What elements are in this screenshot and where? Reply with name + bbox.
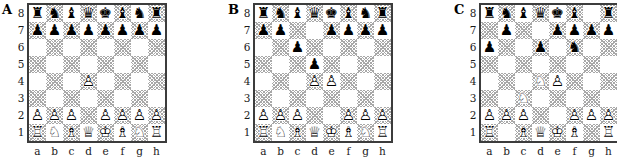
square-c1: ♝♗ bbox=[63, 124, 80, 141]
file-label-h: h bbox=[600, 144, 617, 159]
square-a6 bbox=[255, 39, 272, 56]
square-f7: ♟ bbox=[566, 22, 583, 39]
square-f1: ♝♗ bbox=[566, 124, 583, 141]
black-pawn-icon: ♟ bbox=[357, 22, 374, 39]
file-label-a: a bbox=[29, 144, 46, 159]
square-h4 bbox=[148, 73, 165, 90]
square-b5 bbox=[46, 56, 63, 73]
square-c1: ♝♗ bbox=[515, 124, 532, 141]
file-labels-c: abcdefgh bbox=[479, 144, 617, 159]
white-rook-icon: ♜♖ bbox=[29, 124, 46, 141]
white-pawn-icon: ♟♙ bbox=[148, 107, 165, 124]
rank-label-2: 2 bbox=[467, 107, 479, 124]
square-h3 bbox=[600, 90, 617, 107]
white-pawn-icon: ♟♙ bbox=[131, 107, 148, 124]
square-a1: ♜♖ bbox=[481, 124, 498, 141]
square-c3 bbox=[63, 90, 80, 107]
square-a6: ♟ bbox=[481, 39, 498, 56]
black-pawn-icon: ♟ bbox=[306, 56, 323, 73]
file-label-a: a bbox=[255, 144, 272, 159]
square-d3 bbox=[532, 90, 549, 107]
white-queen-icon: ♛♕ bbox=[532, 124, 549, 141]
square-c6: ♟ bbox=[289, 39, 306, 56]
square-f6 bbox=[340, 39, 357, 56]
square-a1: ♜♖ bbox=[29, 124, 46, 141]
white-pawn-icon: ♟♙ bbox=[272, 107, 289, 124]
white-pawn-icon: ♟♙ bbox=[374, 107, 391, 124]
square-g7: ♟ bbox=[357, 22, 374, 39]
black-pawn-icon: ♟ bbox=[374, 22, 391, 39]
square-e2 bbox=[323, 107, 340, 124]
rank-label-2: 2 bbox=[15, 107, 27, 124]
square-c4 bbox=[63, 73, 80, 90]
white-rook-icon: ♜♖ bbox=[148, 124, 165, 141]
black-queen-icon: ♛ bbox=[306, 5, 323, 22]
square-a6 bbox=[29, 39, 46, 56]
white-pawn-icon: ♟♙ bbox=[114, 107, 131, 124]
square-g7: ♟ bbox=[583, 22, 600, 39]
black-queen-icon: ♛ bbox=[532, 5, 549, 22]
square-g8: ♞ bbox=[357, 5, 374, 22]
square-h5 bbox=[148, 56, 165, 73]
white-king-icon: ♚♔ bbox=[549, 124, 566, 141]
black-pawn-icon: ♟ bbox=[97, 22, 114, 39]
rank-label-3: 3 bbox=[241, 90, 253, 107]
square-b8: ♞ bbox=[498, 5, 515, 22]
square-e7: ♟ bbox=[323, 22, 340, 39]
black-pawn-icon: ♟ bbox=[340, 22, 357, 39]
black-rook-icon: ♜ bbox=[374, 5, 391, 22]
square-e2 bbox=[549, 107, 566, 124]
white-bishop-icon: ♝♗ bbox=[340, 124, 357, 141]
diagram-c: C 87654321 ♜♞♝♛♚♝♜♟♟♟♟♟♟♟♞♞♘♟♙♞♘♟♙♟♙♟♙♟♙… bbox=[454, 3, 617, 159]
square-a5 bbox=[481, 56, 498, 73]
file-label-b: b bbox=[272, 144, 289, 159]
rank-label-7: 7 bbox=[15, 22, 27, 39]
square-e1: ♚♔ bbox=[549, 124, 566, 141]
black-pawn-icon: ♟ bbox=[549, 22, 566, 39]
white-king-icon: ♚♔ bbox=[97, 124, 114, 141]
square-g3 bbox=[583, 90, 600, 107]
black-king-icon: ♚ bbox=[549, 5, 566, 22]
square-a8: ♜ bbox=[29, 5, 46, 22]
square-h5 bbox=[600, 56, 617, 73]
diagram-b: B 87654321 ♜♞♝♛♚♝♞♜♟♟♟♟♟♟♟♟♟♙♟♙♟♙♟♙♟♙♟♙♟… bbox=[228, 3, 393, 159]
square-h8: ♜ bbox=[148, 5, 165, 22]
file-labels-b: abcdefgh bbox=[253, 144, 393, 159]
black-bishop-icon: ♝ bbox=[289, 5, 306, 22]
square-a2: ♟♙ bbox=[255, 107, 272, 124]
square-e3 bbox=[549, 90, 566, 107]
square-f2: ♟♙ bbox=[114, 107, 131, 124]
file-label-e: e bbox=[323, 144, 340, 159]
square-f4 bbox=[114, 73, 131, 90]
square-e6 bbox=[549, 39, 566, 56]
square-b3 bbox=[498, 90, 515, 107]
black-pawn-icon: ♟ bbox=[532, 39, 549, 56]
black-pawn-icon: ♟ bbox=[114, 22, 131, 39]
white-pawn-icon: ♟♙ bbox=[97, 107, 114, 124]
square-a7: ♟ bbox=[29, 22, 46, 39]
rank-label-4: 4 bbox=[467, 73, 479, 90]
black-bishop-icon: ♝ bbox=[566, 5, 583, 22]
file-label-d: d bbox=[80, 144, 97, 159]
rank-labels-a: 87654321 bbox=[15, 3, 27, 143]
square-c8: ♝ bbox=[63, 5, 80, 22]
file-label-c: c bbox=[289, 144, 306, 159]
file-label-g: g bbox=[357, 144, 374, 159]
black-queen-icon: ♛ bbox=[80, 5, 97, 22]
black-pawn-icon: ♟ bbox=[255, 22, 272, 39]
square-c1: ♝♗ bbox=[289, 124, 306, 141]
square-d2 bbox=[532, 107, 549, 124]
square-d8: ♛ bbox=[306, 5, 323, 22]
square-d5 bbox=[80, 56, 97, 73]
square-f2: ♟♙ bbox=[340, 107, 357, 124]
square-d4: ♟♙ bbox=[80, 73, 97, 90]
square-b4 bbox=[46, 73, 63, 90]
square-d7 bbox=[306, 22, 323, 39]
black-pawn-icon: ♟ bbox=[289, 39, 306, 56]
rank-label-5: 5 bbox=[241, 56, 253, 73]
square-h6 bbox=[374, 39, 391, 56]
square-c8: ♝ bbox=[515, 5, 532, 22]
white-pawn-icon: ♟♙ bbox=[515, 107, 532, 124]
black-knight-icon: ♞ bbox=[46, 5, 63, 22]
square-d5: ♟ bbox=[306, 56, 323, 73]
square-g2: ♟♙ bbox=[131, 107, 148, 124]
square-g4 bbox=[583, 73, 600, 90]
white-queen-icon: ♛♕ bbox=[306, 124, 323, 141]
square-h8: ♜ bbox=[600, 5, 617, 22]
black-knight-icon: ♞ bbox=[566, 39, 583, 56]
white-pawn-icon: ♟♙ bbox=[498, 107, 515, 124]
file-label-g: g bbox=[583, 144, 600, 159]
square-d7 bbox=[532, 22, 549, 39]
square-b7: ♟ bbox=[498, 22, 515, 39]
square-g1: ♞♘ bbox=[357, 124, 374, 141]
square-b6 bbox=[272, 39, 289, 56]
white-pawn-icon: ♟♙ bbox=[289, 107, 306, 124]
square-c7: ♟ bbox=[63, 22, 80, 39]
square-c7 bbox=[515, 22, 532, 39]
square-b8: ♞ bbox=[272, 5, 289, 22]
white-pawn-icon: ♟♙ bbox=[600, 107, 617, 124]
rank-label-3: 3 bbox=[15, 90, 27, 107]
white-pawn-icon: ♟♙ bbox=[29, 107, 46, 124]
black-rook-icon: ♜ bbox=[29, 5, 46, 22]
file-label-d: d bbox=[532, 144, 549, 159]
rank-label-1: 1 bbox=[15, 124, 27, 141]
square-c2: ♟♙ bbox=[63, 107, 80, 124]
square-d7: ♟ bbox=[80, 22, 97, 39]
black-pawn-icon: ♟ bbox=[498, 22, 515, 39]
square-b2: ♟♙ bbox=[498, 107, 515, 124]
file-labels-a: abcdefgh bbox=[27, 144, 167, 159]
black-pawn-icon: ♟ bbox=[148, 22, 165, 39]
diagram-strip: A 87654321 ♜♞♝♛♚♝♞♜♟♟♟♟♟♟♟♟♟♙♟♙♟♙♟♙♟♙♟♙♟… bbox=[0, 0, 617, 159]
square-a5 bbox=[29, 56, 46, 73]
file-label-b: b bbox=[46, 144, 63, 159]
white-pawn-icon: ♟♙ bbox=[549, 73, 566, 90]
square-a2: ♟♙ bbox=[29, 107, 46, 124]
white-rook-icon: ♜♖ bbox=[600, 124, 617, 141]
square-f1: ♝♗ bbox=[114, 124, 131, 141]
square-c5 bbox=[289, 56, 306, 73]
square-h2: ♟♙ bbox=[600, 107, 617, 124]
square-g1: ♞♘ bbox=[131, 124, 148, 141]
square-b3 bbox=[46, 90, 63, 107]
white-rook-icon: ♜♖ bbox=[374, 124, 391, 141]
square-h7: ♟ bbox=[374, 22, 391, 39]
square-c7 bbox=[289, 22, 306, 39]
square-a3 bbox=[255, 90, 272, 107]
white-knight-icon: ♞♘ bbox=[46, 124, 63, 141]
square-g4 bbox=[131, 73, 148, 90]
square-e3 bbox=[323, 90, 340, 107]
square-g6 bbox=[131, 39, 148, 56]
chess-board-a: ♜♞♝♛♚♝♞♜♟♟♟♟♟♟♟♟♟♙♟♙♟♙♟♙♟♙♟♙♟♙♟♙♜♖♞♘♝♗♛♕… bbox=[27, 3, 167, 143]
rank-label-7: 7 bbox=[467, 22, 479, 39]
black-knight-icon: ♞ bbox=[357, 5, 374, 22]
square-d1: ♛♕ bbox=[306, 124, 323, 141]
file-label-c: c bbox=[515, 144, 532, 159]
black-pawn-icon: ♟ bbox=[583, 22, 600, 39]
file-label-h: h bbox=[374, 144, 391, 159]
rank-label-7: 7 bbox=[241, 22, 253, 39]
rank-label-8: 8 bbox=[241, 5, 253, 22]
white-pawn-icon: ♟♙ bbox=[46, 107, 63, 124]
square-d1: ♛♕ bbox=[532, 124, 549, 141]
rank-label-3: 3 bbox=[467, 90, 479, 107]
rank-label-5: 5 bbox=[467, 56, 479, 73]
white-pawn-icon: ♟♙ bbox=[340, 107, 357, 124]
file-label-a: a bbox=[481, 144, 498, 159]
square-f8: ♝ bbox=[340, 5, 357, 22]
square-f8: ♝ bbox=[114, 5, 131, 22]
square-e1: ♚♔ bbox=[323, 124, 340, 141]
black-rook-icon: ♜ bbox=[255, 5, 272, 22]
square-a4 bbox=[29, 73, 46, 90]
file-label-e: e bbox=[549, 144, 566, 159]
black-bishop-icon: ♝ bbox=[63, 5, 80, 22]
square-g3 bbox=[357, 90, 374, 107]
square-g8: ♞ bbox=[131, 5, 148, 22]
black-rook-icon: ♜ bbox=[600, 5, 617, 22]
square-g6 bbox=[583, 39, 600, 56]
square-b2: ♟♙ bbox=[272, 107, 289, 124]
square-b3 bbox=[272, 90, 289, 107]
rank-label-4: 4 bbox=[241, 73, 253, 90]
file-label-c: c bbox=[63, 144, 80, 159]
square-b1 bbox=[498, 124, 515, 141]
square-b6 bbox=[498, 39, 515, 56]
chess-board-c: ♜♞♝♛♚♝♜♟♟♟♟♟♟♟♞♞♘♟♙♞♘♟♙♟♙♟♙♟♙♟♙♟♙♜♖♝♗♛♕♚… bbox=[479, 3, 617, 143]
square-e5 bbox=[323, 56, 340, 73]
white-pawn-icon: ♟♙ bbox=[481, 107, 498, 124]
black-rook-icon: ♜ bbox=[481, 5, 498, 22]
square-d6: ♟ bbox=[532, 39, 549, 56]
file-label-g: g bbox=[131, 144, 148, 159]
diagram-a-label: A bbox=[2, 3, 15, 143]
square-d3 bbox=[306, 90, 323, 107]
file-label-h: h bbox=[148, 144, 165, 159]
square-d6 bbox=[80, 39, 97, 56]
square-d8: ♛ bbox=[80, 5, 97, 22]
square-d3 bbox=[80, 90, 97, 107]
square-c6 bbox=[515, 39, 532, 56]
square-f8: ♝ bbox=[566, 5, 583, 22]
square-e4 bbox=[97, 73, 114, 90]
black-pawn-icon: ♟ bbox=[46, 22, 63, 39]
square-a3 bbox=[481, 90, 498, 107]
black-pawn-icon: ♟ bbox=[481, 39, 498, 56]
square-f5 bbox=[340, 56, 357, 73]
white-knight-icon: ♞♘ bbox=[357, 124, 374, 141]
square-e7: ♟ bbox=[97, 22, 114, 39]
square-c6 bbox=[63, 39, 80, 56]
square-d2 bbox=[306, 107, 323, 124]
white-bishop-icon: ♝♗ bbox=[63, 124, 80, 141]
square-e4: ♟♙ bbox=[323, 73, 340, 90]
black-pawn-icon: ♟ bbox=[566, 22, 583, 39]
square-b7: ♟ bbox=[46, 22, 63, 39]
rank-label-8: 8 bbox=[467, 5, 479, 22]
square-c4 bbox=[515, 73, 532, 90]
square-g4 bbox=[357, 73, 374, 90]
square-f7: ♟ bbox=[114, 22, 131, 39]
rank-label-6: 6 bbox=[15, 39, 27, 56]
square-d6 bbox=[306, 39, 323, 56]
rank-label-8: 8 bbox=[15, 5, 27, 22]
square-e5 bbox=[97, 56, 114, 73]
square-b8: ♞ bbox=[46, 5, 63, 22]
square-h1: ♜♖ bbox=[148, 124, 165, 141]
square-g5 bbox=[131, 56, 148, 73]
white-pawn-icon: ♟♙ bbox=[583, 107, 600, 124]
square-f1: ♝♗ bbox=[340, 124, 357, 141]
square-b5 bbox=[498, 56, 515, 73]
black-bishop-icon: ♝ bbox=[340, 5, 357, 22]
black-pawn-icon: ♟ bbox=[600, 22, 617, 39]
black-pawn-icon: ♟ bbox=[131, 22, 148, 39]
rank-label-2: 2 bbox=[241, 107, 253, 124]
black-pawn-icon: ♟ bbox=[323, 22, 340, 39]
diagram-a: A 87654321 ♜♞♝♛♚♝♞♜♟♟♟♟♟♟♟♟♟♙♟♙♟♙♟♙♟♙♟♙♟… bbox=[2, 3, 167, 159]
square-f3 bbox=[114, 90, 131, 107]
square-f3 bbox=[340, 90, 357, 107]
square-b2: ♟♙ bbox=[46, 107, 63, 124]
white-bishop-icon: ♝♗ bbox=[566, 124, 583, 141]
square-e8: ♚ bbox=[323, 5, 340, 22]
square-f5 bbox=[114, 56, 131, 73]
square-g8 bbox=[583, 5, 600, 22]
square-g2: ♟♙ bbox=[583, 107, 600, 124]
square-e2: ♟♙ bbox=[97, 107, 114, 124]
file-label-f: f bbox=[566, 144, 583, 159]
square-e6 bbox=[97, 39, 114, 56]
square-e8: ♚ bbox=[97, 5, 114, 22]
black-pawn-icon: ♟ bbox=[63, 22, 80, 39]
square-h3 bbox=[374, 90, 391, 107]
square-e5 bbox=[549, 56, 566, 73]
square-b1: ♞♘ bbox=[46, 124, 63, 141]
white-knight-icon: ♞♘ bbox=[515, 90, 532, 107]
rank-labels-b: 87654321 bbox=[241, 3, 253, 143]
file-label-e: e bbox=[97, 144, 114, 159]
square-f7: ♟ bbox=[340, 22, 357, 39]
white-pawn-icon: ♟♙ bbox=[306, 73, 323, 90]
square-c5 bbox=[63, 56, 80, 73]
square-g6 bbox=[357, 39, 374, 56]
black-king-icon: ♚ bbox=[323, 5, 340, 22]
square-h7: ♟ bbox=[600, 22, 617, 39]
square-h6 bbox=[600, 39, 617, 56]
square-h7: ♟ bbox=[148, 22, 165, 39]
square-d4: ♞♘ bbox=[532, 73, 549, 90]
square-f4 bbox=[340, 73, 357, 90]
black-knight-icon: ♞ bbox=[498, 5, 515, 22]
rank-label-5: 5 bbox=[15, 56, 27, 73]
black-pawn-icon: ♟ bbox=[29, 22, 46, 39]
square-e3 bbox=[97, 90, 114, 107]
white-knight-icon: ♞♘ bbox=[131, 124, 148, 141]
rank-label-6: 6 bbox=[241, 39, 253, 56]
white-bishop-icon: ♝♗ bbox=[515, 124, 532, 141]
rank-label-1: 1 bbox=[467, 124, 479, 141]
square-c2: ♟♙ bbox=[515, 107, 532, 124]
square-e8: ♚ bbox=[549, 5, 566, 22]
square-a7: ♟ bbox=[255, 22, 272, 39]
black-pawn-icon: ♟ bbox=[80, 22, 97, 39]
square-h6 bbox=[148, 39, 165, 56]
black-pawn-icon: ♟ bbox=[272, 22, 289, 39]
square-g5 bbox=[357, 56, 374, 73]
chess-board-b: ♜♞♝♛♚♝♞♜♟♟♟♟♟♟♟♟♟♙♟♙♟♙♟♙♟♙♟♙♟♙♟♙♜♖♞♘♝♗♛♕… bbox=[253, 3, 393, 143]
square-h2: ♟♙ bbox=[374, 107, 391, 124]
square-b4 bbox=[498, 73, 515, 90]
file-label-f: f bbox=[340, 144, 357, 159]
white-rook-icon: ♜♖ bbox=[255, 124, 272, 141]
black-bishop-icon: ♝ bbox=[515, 5, 532, 22]
square-f5 bbox=[566, 56, 583, 73]
file-label-b: b bbox=[498, 144, 515, 159]
white-pawn-icon: ♟♙ bbox=[255, 107, 272, 124]
white-pawn-icon: ♟♙ bbox=[566, 107, 583, 124]
square-b1: ♞♘ bbox=[272, 124, 289, 141]
square-g3 bbox=[131, 90, 148, 107]
square-f6: ♞ bbox=[566, 39, 583, 56]
white-pawn-icon: ♟♙ bbox=[63, 107, 80, 124]
square-h2: ♟♙ bbox=[148, 107, 165, 124]
square-d4: ♟♙ bbox=[306, 73, 323, 90]
square-h3 bbox=[148, 90, 165, 107]
square-h1: ♜♖ bbox=[600, 124, 617, 141]
square-a4 bbox=[481, 73, 498, 90]
square-a4 bbox=[255, 73, 272, 90]
white-pawn-icon: ♟♙ bbox=[80, 73, 97, 90]
square-g7: ♟ bbox=[131, 22, 148, 39]
square-c5 bbox=[515, 56, 532, 73]
square-h8: ♜ bbox=[374, 5, 391, 22]
square-a1: ♜♖ bbox=[255, 124, 272, 141]
square-a3 bbox=[29, 90, 46, 107]
file-label-d: d bbox=[306, 144, 323, 159]
square-g1 bbox=[583, 124, 600, 141]
square-f4 bbox=[566, 73, 583, 90]
square-a7 bbox=[481, 22, 498, 39]
square-g2: ♟♙ bbox=[357, 107, 374, 124]
